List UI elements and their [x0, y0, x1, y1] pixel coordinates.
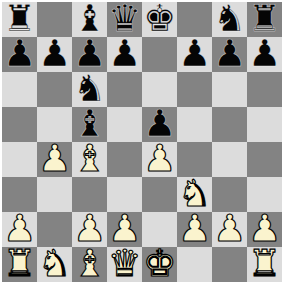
square-c2[interactable]: ♟ — [72, 212, 107, 247]
black-pawn: ♟ — [108, 35, 141, 72]
white-pawn: ♟ — [178, 210, 211, 247]
black-pawn: ♟ — [3, 35, 36, 72]
square-g1[interactable] — [212, 247, 247, 282]
square-e7[interactable] — [142, 37, 177, 72]
square-e5[interactable]: ♟ — [142, 107, 177, 142]
square-c1[interactable]: ♝ — [72, 247, 107, 282]
square-c7[interactable]: ♟ — [72, 37, 107, 72]
square-a5[interactable] — [2, 107, 37, 142]
black-pawn: ♟ — [178, 35, 211, 72]
square-d6[interactable] — [107, 72, 142, 107]
square-e8[interactable]: ♚ — [142, 2, 177, 37]
square-g6[interactable] — [212, 72, 247, 107]
black-knight: ♞ — [213, 0, 246, 37]
square-b7[interactable]: ♟ — [37, 37, 72, 72]
square-b3[interactable] — [37, 177, 72, 212]
square-a3[interactable] — [2, 177, 37, 212]
square-f8[interactable] — [177, 2, 212, 37]
square-f3[interactable]: ♞ — [177, 177, 212, 212]
square-a4[interactable] — [2, 142, 37, 177]
square-f4[interactable] — [177, 142, 212, 177]
square-h2[interactable]: ♟ — [247, 212, 282, 247]
white-pawn: ♟ — [248, 210, 281, 247]
square-h4[interactable] — [247, 142, 282, 177]
white-king: ♚ — [143, 245, 176, 282]
white-pawn: ♟ — [38, 140, 71, 177]
square-e6[interactable] — [142, 72, 177, 107]
white-rook: ♜ — [3, 245, 36, 282]
square-e4[interactable]: ♟ — [142, 142, 177, 177]
square-e3[interactable] — [142, 177, 177, 212]
square-c8[interactable]: ♝ — [72, 2, 107, 37]
square-a2[interactable]: ♟ — [2, 212, 37, 247]
square-d2[interactable]: ♟ — [107, 212, 142, 247]
white-knight: ♞ — [38, 245, 71, 282]
black-bishop: ♝ — [73, 105, 106, 142]
square-f2[interactable]: ♟ — [177, 212, 212, 247]
square-d1[interactable]: ♛ — [107, 247, 142, 282]
square-g3[interactable] — [212, 177, 247, 212]
square-f7[interactable]: ♟ — [177, 37, 212, 72]
square-g7[interactable]: ♟ — [212, 37, 247, 72]
white-pawn: ♟ — [108, 210, 141, 247]
white-pawn: ♟ — [3, 210, 36, 247]
square-b2[interactable] — [37, 212, 72, 247]
chess-board: ♜♝♛♚♞♜♟♟♟♟♟♟♟♞♝♟♟♝♟♞♟♟♟♟♟♟♜♞♝♛♚♜ — [2, 2, 282, 282]
square-f6[interactable] — [177, 72, 212, 107]
square-b8[interactable] — [37, 2, 72, 37]
square-a1[interactable]: ♜ — [2, 247, 37, 282]
square-h5[interactable] — [247, 107, 282, 142]
square-a7[interactable]: ♟ — [2, 37, 37, 72]
black-knight: ♞ — [73, 70, 106, 107]
white-bishop: ♝ — [73, 140, 106, 177]
square-g2[interactable]: ♟ — [212, 212, 247, 247]
square-f5[interactable] — [177, 107, 212, 142]
square-a6[interactable] — [2, 72, 37, 107]
square-d7[interactable]: ♟ — [107, 37, 142, 72]
square-g4[interactable] — [212, 142, 247, 177]
square-d8[interactable]: ♛ — [107, 2, 142, 37]
white-knight: ♞ — [178, 175, 211, 212]
square-h8[interactable]: ♜ — [247, 2, 282, 37]
white-rook: ♜ — [248, 245, 281, 282]
square-d5[interactable] — [107, 107, 142, 142]
square-c4[interactable]: ♝ — [72, 142, 107, 177]
square-f1[interactable] — [177, 247, 212, 282]
square-e2[interactable] — [142, 212, 177, 247]
black-rook: ♜ — [3, 0, 36, 37]
square-h3[interactable] — [247, 177, 282, 212]
square-a8[interactable]: ♜ — [2, 2, 37, 37]
square-c6[interactable]: ♞ — [72, 72, 107, 107]
square-h7[interactable]: ♟ — [247, 37, 282, 72]
square-c5[interactable]: ♝ — [72, 107, 107, 142]
white-pawn: ♟ — [213, 210, 246, 247]
white-bishop: ♝ — [73, 245, 106, 282]
square-b6[interactable] — [37, 72, 72, 107]
black-rook: ♜ — [248, 0, 281, 37]
black-pawn: ♟ — [38, 35, 71, 72]
square-b1[interactable]: ♞ — [37, 247, 72, 282]
black-pawn: ♟ — [73, 35, 106, 72]
black-pawn: ♟ — [213, 35, 246, 72]
square-b5[interactable] — [37, 107, 72, 142]
black-pawn: ♟ — [143, 105, 176, 142]
square-g5[interactable] — [212, 107, 247, 142]
black-pawn: ♟ — [248, 35, 281, 72]
white-pawn: ♟ — [143, 140, 176, 177]
black-queen: ♛ — [108, 0, 141, 37]
square-h6[interactable] — [247, 72, 282, 107]
square-c3[interactable] — [72, 177, 107, 212]
white-pawn: ♟ — [73, 210, 106, 247]
square-h1[interactable]: ♜ — [247, 247, 282, 282]
black-king: ♚ — [143, 0, 176, 37]
white-queen: ♛ — [108, 245, 141, 282]
square-d3[interactable] — [107, 177, 142, 212]
square-e1[interactable]: ♚ — [142, 247, 177, 282]
square-g8[interactable]: ♞ — [212, 2, 247, 37]
black-bishop: ♝ — [73, 0, 106, 37]
chess-board-frame: ♜♝♛♚♞♜♟♟♟♟♟♟♟♞♝♟♟♝♟♞♟♟♟♟♟♟♜♞♝♛♚♜ — [0, 0, 284, 284]
square-b4[interactable]: ♟ — [37, 142, 72, 177]
square-d4[interactable] — [107, 142, 142, 177]
